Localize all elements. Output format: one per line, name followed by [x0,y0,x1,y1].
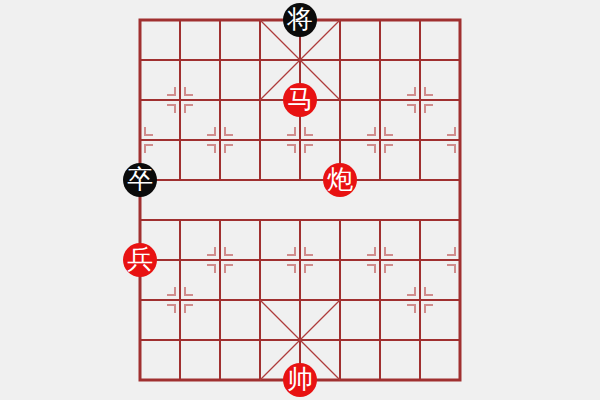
piece-red-soldier[interactable]: 兵 [123,243,157,277]
piece-red-cannon[interactable]: 炮 [323,163,357,197]
board-point: 卒 [120,160,160,200]
board-point: 炮 [320,160,360,200]
piece-red-horse[interactable]: 马 [283,83,317,117]
piece-red-general[interactable]: 帅 [283,363,317,397]
board-point: 兵 [120,240,160,280]
board-point: 将 [280,0,320,40]
board-point: 帅 [280,360,320,400]
board-grid: 将马卒炮兵帅 [120,0,480,400]
xiangqi-board: 将马卒炮兵帅 [0,0,600,400]
board-point: 马 [280,80,320,120]
piece-black-general[interactable]: 将 [283,3,317,37]
piece-black-soldier[interactable]: 卒 [123,163,157,197]
